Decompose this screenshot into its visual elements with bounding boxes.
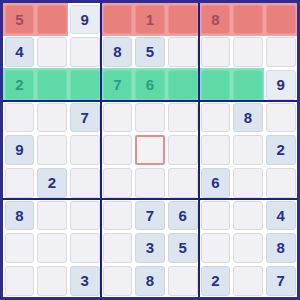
cell-value: 7 <box>80 110 88 125</box>
cell-tile <box>103 266 133 296</box>
cell-tile: 8 <box>233 103 263 133</box>
cell-r5c4[interactable] <box>101 134 134 167</box>
cell-r2c1[interactable]: 4 <box>3 36 36 69</box>
cell-r9c2[interactable] <box>36 264 69 297</box>
cell-r3c2[interactable] <box>36 68 69 101</box>
cell-r6c2[interactable]: 2 <box>36 166 69 199</box>
cell-r4c5[interactable] <box>134 101 167 134</box>
cell-tile: 2 <box>201 266 231 296</box>
cell-value: 2 <box>48 175 56 190</box>
cell-r4c3[interactable]: 7 <box>68 101 101 134</box>
cell-tile <box>168 5 198 35</box>
cell-tile <box>103 233 133 263</box>
cell-tile: 4 <box>5 37 35 67</box>
cell-r9c8[interactable] <box>232 264 265 297</box>
cell-r5c2[interactable] <box>36 134 69 167</box>
cell-r2c4[interactable]: 8 <box>101 36 134 69</box>
cell-tile <box>70 168 100 198</box>
cell-r8c2[interactable] <box>36 232 69 265</box>
cell-r5c8[interactable] <box>232 134 265 167</box>
cell-r1c3[interactable]: 9 <box>68 3 101 36</box>
cell-tile <box>37 5 67 35</box>
cell-value: 5 <box>146 44 154 59</box>
cell-r7c8[interactable] <box>232 199 265 232</box>
cell-value: 5 <box>15 12 23 27</box>
cell-value: 8 <box>146 273 154 288</box>
cell-r6c7[interactable]: 6 <box>199 166 232 199</box>
cell-tile <box>5 233 35 263</box>
cell-tile <box>37 266 67 296</box>
cell-r7c9[interactable]: 4 <box>264 199 297 232</box>
cell-tile <box>201 201 231 231</box>
cell-tile <box>168 168 198 198</box>
cell-r3c6[interactable] <box>166 68 199 101</box>
cell-tile <box>103 5 133 35</box>
cell-tile: 2 <box>5 70 35 100</box>
cell-r7c1[interactable]: 8 <box>3 199 36 232</box>
cell-r2c9[interactable] <box>264 36 297 69</box>
cell-r8c4[interactable] <box>101 232 134 265</box>
cell-r1c9[interactable] <box>264 3 297 36</box>
cell-r9c1[interactable] <box>3 264 36 297</box>
cell-r4c8[interactable]: 8 <box>232 101 265 134</box>
cell-r5c7[interactable] <box>199 134 232 167</box>
cell-tile: 2 <box>37 168 67 198</box>
cell-r7c4[interactable] <box>101 199 134 232</box>
cell-r9c9[interactable]: 7 <box>264 264 297 297</box>
cell-tile <box>233 70 263 100</box>
cell-value: 7 <box>113 77 121 92</box>
cell-tile: 3 <box>70 266 100 296</box>
cell-r8c5[interactable]: 3 <box>134 232 167 265</box>
cell-tile <box>233 135 263 165</box>
cell-value: 9 <box>80 12 88 27</box>
cell-r6c1[interactable] <box>3 166 36 199</box>
cell-value: 8 <box>15 208 23 223</box>
cell-r5c5[interactable] <box>134 134 167 167</box>
cell-value: 6 <box>178 208 186 223</box>
cell-value: 5 <box>178 240 186 255</box>
cell-tile <box>266 37 296 67</box>
cell-r1c4[interactable] <box>101 3 134 36</box>
cell-tile: 9 <box>5 135 35 165</box>
cell-tile <box>201 233 231 263</box>
cell-value: 2 <box>211 273 219 288</box>
cell-value: 2 <box>15 77 23 92</box>
cell-r6c9[interactable] <box>264 166 297 199</box>
cell-r4c7[interactable] <box>199 101 232 134</box>
cell-tile: 7 <box>266 266 296 296</box>
cell-tile: 5 <box>168 233 198 263</box>
cell-tile <box>168 70 198 100</box>
cell-r2c6[interactable] <box>166 36 199 69</box>
cell-tile <box>103 103 133 133</box>
cell-tile: 5 <box>135 37 165 67</box>
cell-tile <box>201 103 231 133</box>
cell-value: 6 <box>146 77 154 92</box>
cell-r7c5[interactable]: 7 <box>134 199 167 232</box>
cell-r7c3[interactable] <box>68 199 101 232</box>
cell-tile <box>37 70 67 100</box>
cell-tile <box>266 168 296 198</box>
cell-r8c8[interactable] <box>232 232 265 265</box>
cell-tile <box>201 70 231 100</box>
cell-r9c7[interactable]: 2 <box>199 264 232 297</box>
cell-value: 2 <box>276 142 284 157</box>
cell-r9c5[interactable]: 8 <box>134 264 167 297</box>
cell-value: 3 <box>146 240 154 255</box>
cell-value: 9 <box>276 77 284 92</box>
cell-value: 1 <box>146 12 154 27</box>
cell-r6c5[interactable] <box>134 166 167 199</box>
cell-r1c8[interactable] <box>232 3 265 36</box>
cell-r7c6[interactable]: 6 <box>166 199 199 232</box>
cell-r7c2[interactable] <box>36 199 69 232</box>
cell-tile <box>135 103 165 133</box>
cell-tile: 8 <box>135 266 165 296</box>
cell-tile <box>37 233 67 263</box>
cell-value: 8 <box>211 12 219 27</box>
cell-tile <box>168 103 198 133</box>
cell-tile: 6 <box>135 70 165 100</box>
cell-r9c6[interactable] <box>166 264 199 297</box>
cell-tile <box>70 37 100 67</box>
cell-tile <box>233 233 263 263</box>
cell-r1c6[interactable] <box>166 3 199 36</box>
cell-r4c1[interactable] <box>3 101 36 134</box>
cell-r4c9[interactable] <box>264 101 297 134</box>
cell-r1c2[interactable] <box>36 3 69 36</box>
cell-r6c4[interactable] <box>101 166 134 199</box>
cell-tile <box>266 5 296 35</box>
cell-tile <box>103 201 133 231</box>
cell-r3c1[interactable]: 2 <box>3 68 36 101</box>
cell-value: 7 <box>276 273 284 288</box>
cell-tile: 3 <box>135 233 165 263</box>
cell-tile <box>201 37 231 67</box>
cell-tile: 9 <box>70 5 100 35</box>
cell-tile: 7 <box>135 201 165 231</box>
cell-tile: 6 <box>168 201 198 231</box>
cell-r9c3[interactable]: 3 <box>68 264 101 297</box>
cell-r3c9[interactable]: 9 <box>264 68 297 101</box>
cell-r8c1[interactable] <box>3 232 36 265</box>
cell-value: 8 <box>113 44 121 59</box>
cell-tile <box>266 103 296 133</box>
cell-tile <box>37 103 67 133</box>
cell-tile <box>70 201 100 231</box>
cell-r8c3[interactable] <box>68 232 101 265</box>
cell-tile: 8 <box>5 201 35 231</box>
cell-r3c4[interactable]: 7 <box>101 68 134 101</box>
cell-tile <box>70 70 100 100</box>
cell-tile: 4 <box>266 201 296 231</box>
cell-r6c8[interactable] <box>232 166 265 199</box>
cell-tile: 9 <box>266 70 296 100</box>
cell-tile: 8 <box>266 233 296 263</box>
sudoku-board: 5918485276978922687643583827 <box>0 0 300 300</box>
cell-tile <box>70 135 100 165</box>
cell-tile <box>37 201 67 231</box>
cell-tile <box>135 135 165 165</box>
cell-tile <box>37 135 67 165</box>
cell-tile <box>233 266 263 296</box>
cell-tile: 8 <box>201 5 231 35</box>
cell-r6c6[interactable] <box>166 166 199 199</box>
cell-tile: 2 <box>266 135 296 165</box>
cell-tile: 6 <box>201 168 231 198</box>
cell-tile <box>5 266 35 296</box>
cell-r3c7[interactable] <box>199 68 232 101</box>
cell-r2c8[interactable] <box>232 36 265 69</box>
cell-r5c6[interactable] <box>166 134 199 167</box>
cell-r1c7[interactable]: 8 <box>199 3 232 36</box>
cell-r5c9[interactable]: 2 <box>264 134 297 167</box>
sudoku-grid: 5918485276978922687643583827 <box>3 3 297 297</box>
cell-value: 8 <box>276 240 284 255</box>
cell-r5c1[interactable]: 9 <box>3 134 36 167</box>
cell-tile <box>168 266 198 296</box>
cell-tile <box>233 168 263 198</box>
cell-r2c5[interactable]: 5 <box>134 36 167 69</box>
cell-tile <box>103 135 133 165</box>
cell-r3c5[interactable]: 6 <box>134 68 167 101</box>
cell-value: 8 <box>244 110 252 125</box>
cell-tile: 1 <box>135 5 165 35</box>
cell-tile <box>5 103 35 133</box>
cell-r2c7[interactable] <box>199 36 232 69</box>
cell-r9c4[interactable] <box>101 264 134 297</box>
cell-tile <box>168 135 198 165</box>
cell-tile: 5 <box>5 5 35 35</box>
cell-tile: 8 <box>103 37 133 67</box>
cell-r6c3[interactable] <box>68 166 101 199</box>
cell-r4c4[interactable] <box>101 101 134 134</box>
cell-tile: 7 <box>70 103 100 133</box>
cell-r2c2[interactable] <box>36 36 69 69</box>
cell-r1c5[interactable]: 1 <box>134 3 167 36</box>
cell-tile: 7 <box>103 70 133 100</box>
cell-value: 3 <box>80 273 88 288</box>
cell-value: 4 <box>276 208 284 223</box>
cell-tile <box>233 5 263 35</box>
cell-tile <box>37 37 67 67</box>
cell-r3c3[interactable] <box>68 68 101 101</box>
cell-r8c9[interactable]: 8 <box>264 232 297 265</box>
cell-tile <box>5 168 35 198</box>
cell-r1c1[interactable]: 5 <box>3 3 36 36</box>
cell-tile <box>201 135 231 165</box>
cell-r4c2[interactable] <box>36 101 69 134</box>
cell-tile <box>233 201 263 231</box>
cell-value: 4 <box>15 44 23 59</box>
cell-value: 6 <box>211 175 219 190</box>
cell-tile <box>233 37 263 67</box>
cell-r7c7[interactable] <box>199 199 232 232</box>
cell-r3c8[interactable] <box>232 68 265 101</box>
cell-r8c6[interactable]: 5 <box>166 232 199 265</box>
cell-r8c7[interactable] <box>199 232 232 265</box>
cell-tile <box>135 168 165 198</box>
cell-tile <box>168 37 198 67</box>
cell-r5c3[interactable] <box>68 134 101 167</box>
cell-r2c3[interactable] <box>68 36 101 69</box>
cell-value: 9 <box>15 142 23 157</box>
cell-r4c6[interactable] <box>166 101 199 134</box>
cell-tile <box>70 233 100 263</box>
cell-tile <box>103 168 133 198</box>
cell-value: 7 <box>146 208 154 223</box>
